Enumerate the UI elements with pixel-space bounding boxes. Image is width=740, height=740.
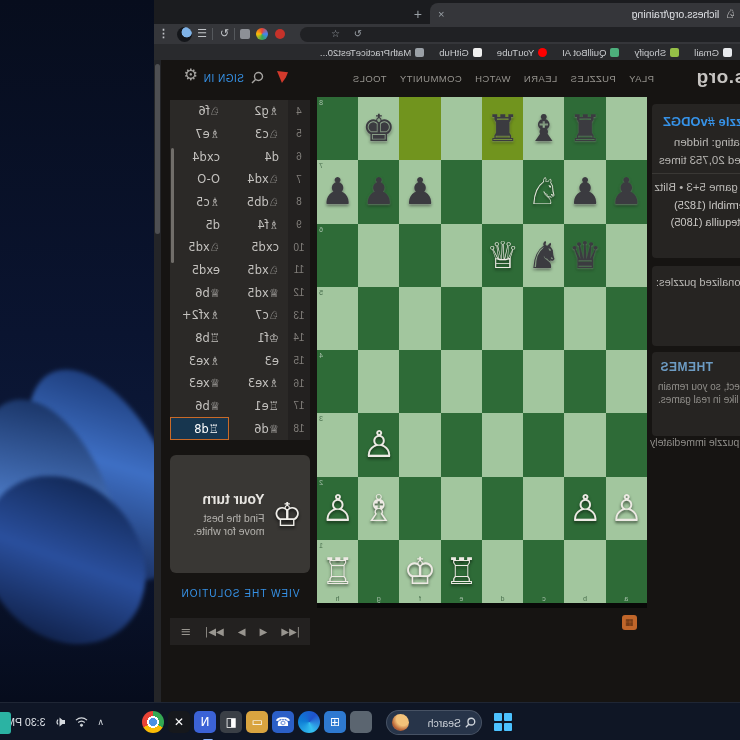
- rank-label: 6: [319, 226, 323, 233]
- menu-button[interactable]: ≡: [180, 624, 191, 639]
- bookmark-item[interactable]: QuillBot AI: [562, 47, 619, 58]
- square-a7[interactable]: ♟: [606, 160, 647, 223]
- bookmark-item[interactable]: Gmail: [694, 47, 732, 58]
- rank-label: 4: [319, 352, 323, 359]
- reading-list-icon[interactable]: ☰: [197, 27, 207, 40]
- tray-chevron-icon[interactable]: ∧: [97, 717, 104, 727]
- square-a3[interactable]: [606, 413, 647, 476]
- move-white[interactable]: ♗g2: [229, 100, 288, 123]
- toolbar-divider: [212, 28, 213, 40]
- file-explorer-icon[interactable]: ▭: [246, 711, 268, 733]
- bookmark-label: Shopify: [635, 47, 667, 58]
- square-f6[interactable]: [400, 224, 441, 287]
- square-b6[interactable]: ♛: [565, 224, 606, 287]
- nav-item-play[interactable]: PLAY: [629, 73, 654, 84]
- chess-board: ♜♝♜♚8♟♟♘♟♟♟7♛♞♕654♙3♙♙♗♙2abcd♖e♔fg♖h1: [317, 97, 647, 603]
- search-daily-photo: [392, 714, 409, 731]
- move-list-scrollbar[interactable]: [171, 148, 174, 263]
- black-piece-n-c6[interactable]: ♞: [527, 237, 560, 274]
- tab-strip: ♘ lichess.org/training × +: [154, 0, 740, 24]
- nav-item-puzzles[interactable]: PUZZLES: [570, 73, 616, 84]
- rank-label: 3: [319, 415, 323, 422]
- bookmark-item[interactable]: MathPracticeTest20...: [320, 47, 424, 58]
- move-list: 4♗g2♘f65♘c3♗e76d4cxd47♘xd4O-O8♘db5♗c59♗f…: [170, 100, 310, 440]
- square-h4[interactable]: 4: [317, 350, 358, 413]
- move-number: 9: [288, 213, 310, 236]
- move-number: 7: [288, 168, 310, 191]
- file-label: h: [336, 595, 340, 602]
- profile-avatar[interactable]: [177, 27, 192, 42]
- square-e5[interactable]: [441, 287, 482, 350]
- move-number: 13: [288, 304, 310, 327]
- black-piece-q-b6[interactable]: ♛: [569, 237, 602, 274]
- square-c1[interactable]: c: [523, 540, 564, 603]
- puzzle-played-count: Played 20,753 times: [652, 154, 740, 166]
- square-h2[interactable]: ♙2: [317, 477, 358, 540]
- move-black[interactable]: ♗c5: [170, 191, 229, 214]
- file-label: b: [583, 595, 587, 602]
- black-piece-p-a7[interactable]: ♟: [610, 173, 643, 210]
- wifi-icon[interactable]: [75, 716, 88, 728]
- themes-box: THEMES A bit of everything. You don't kn…: [652, 352, 740, 436]
- jump-next-setting-label[interactable]: Jump to next puzzle immediately: [650, 436, 740, 448]
- bookmarks-bar: GmailShopifyQuillBot AIYouTubeGitHubMath…: [154, 44, 740, 60]
- square-a6[interactable]: [606, 224, 647, 287]
- move-white[interactable]: ♔f1: [229, 327, 288, 350]
- player-list: termibhl (1825)tequilla (1805): [652, 199, 740, 228]
- extension-red-icon[interactable]: [275, 29, 285, 39]
- nav-item-community[interactable]: COMMUNITY: [400, 73, 462, 84]
- square-b2[interactable]: ♙: [565, 477, 606, 540]
- square-f5[interactable]: [400, 287, 441, 350]
- board-settings-button[interactable]: ▦: [622, 615, 637, 630]
- square-c4[interactable]: [523, 350, 564, 413]
- browser-toolbar: ↻ ☆ ↻ ☰ ⋮: [154, 24, 740, 44]
- mirrored-screenshot-stage: ♘ lichess.org/training × + ↻ ☆ ↻ ☰ ⋮ Gma…: [0, 0, 740, 740]
- square-f7[interactable]: ♟: [400, 160, 441, 223]
- white-piece-p-b2[interactable]: ♙: [569, 490, 602, 527]
- nav-item-learn[interactable]: LEARN: [524, 73, 558, 84]
- view-solution-link[interactable]: VIEW THE SOLUTION: [170, 588, 310, 599]
- square-e3[interactable]: [441, 413, 482, 476]
- square-f1[interactable]: ♔f: [400, 540, 441, 603]
- lichess-logo[interactable]: lichess.org: [696, 66, 740, 88]
- black-piece-p-b7[interactable]: ♟: [569, 173, 602, 210]
- puzzle-id-link[interactable]: Puzzle #vODGZ: [652, 114, 740, 129]
- square-c3[interactable]: [523, 413, 564, 476]
- move-white[interactable]: ♘xd5: [229, 259, 288, 282]
- square-a5[interactable]: [606, 287, 647, 350]
- puzzle-rating: Rating: hidden: [652, 136, 740, 148]
- file-label: g: [377, 595, 381, 602]
- next-move-button[interactable]: ▶: [238, 626, 246, 637]
- replay-controls: |◀◀◀▶▶▶|≡: [170, 618, 310, 645]
- square-e8[interactable]: [441, 97, 482, 160]
- edge-icon[interactable]: [298, 711, 320, 733]
- square-h6[interactable]: 6: [317, 224, 358, 287]
- move-number: 6: [288, 145, 310, 168]
- rank-label: 5: [319, 289, 323, 296]
- bookmark-favicon: [473, 48, 482, 57]
- file-label: a: [624, 595, 628, 602]
- nav-item-tools[interactable]: TOOLS: [353, 73, 387, 84]
- move-number: 11: [288, 259, 310, 282]
- move-black[interactable]: ♖b8: [170, 327, 229, 350]
- windows-taskbar: Search ⊞☎▭◧N✕ ∧ 3:30 PM: [0, 702, 740, 740]
- black-piece-k-g8[interactable]: ♚: [362, 110, 395, 147]
- url-bar[interactable]: ↻ ☆: [300, 27, 740, 42]
- move-black[interactable]: cxd4: [170, 145, 229, 168]
- move-white[interactable]: ♗xe3: [229, 372, 288, 395]
- black-piece-p-f7[interactable]: ♟: [404, 173, 437, 210]
- move-white[interactable]: ♘c3: [229, 123, 288, 146]
- tab-title: lichess.org/training: [632, 8, 720, 20]
- personalized-puzzles-box: personalized puzzles:: [652, 266, 740, 346]
- move-black[interactable]: ♕b6: [170, 395, 229, 418]
- move-number: 5: [288, 123, 310, 146]
- square-d8[interactable]: ♜: [482, 97, 523, 160]
- square-d3[interactable]: [482, 413, 523, 476]
- bookmark-label: GitHub: [439, 47, 469, 58]
- move-white[interactable]: ♘c7: [229, 304, 288, 327]
- white-king-icon: ♔: [272, 495, 302, 534]
- move-white[interactable]: ♗f4: [229, 213, 288, 236]
- move-number: 17: [288, 395, 310, 418]
- start-button[interactable]: [494, 713, 512, 731]
- volume-icon[interactable]: [54, 716, 66, 728]
- square-g5[interactable]: [358, 287, 399, 350]
- bookmark-item[interactable]: GitHub: [439, 47, 482, 58]
- history-sync-icon[interactable]: ↻: [220, 27, 229, 40]
- streamers-live-icon[interactable]: [277, 71, 288, 83]
- square-c8[interactable]: ♝: [523, 97, 564, 160]
- nav-item-watch[interactable]: WATCH: [475, 73, 511, 84]
- square-b4[interactable]: [565, 350, 606, 413]
- browser-window: ♘ lichess.org/training × + ↻ ☆ ↻ ☰ ⋮ Gma…: [154, 0, 740, 702]
- square-c6[interactable]: ♞: [523, 224, 564, 287]
- square-g8[interactable]: ♚: [358, 97, 399, 160]
- top-nav: PLAYPUZZLESLEARNWATCHCOMMUNITYTOOLS: [353, 73, 654, 84]
- bookmark-favicon: [611, 48, 620, 57]
- square-b1[interactable]: b: [565, 540, 606, 603]
- square-d7[interactable]: [482, 160, 523, 223]
- your-turn-panel: ♔ Your turn Find the best move for white…: [170, 455, 310, 573]
- square-h8[interactable]: 8: [317, 97, 358, 160]
- white-piece-r-e1[interactable]: ♖: [445, 553, 478, 590]
- bookmark-favicon: [538, 48, 547, 57]
- move-white[interactable]: ♘db5: [229, 191, 288, 214]
- move-black[interactable]: ♗e7: [170, 123, 229, 146]
- black-piece-r-d8[interactable]: ♜: [486, 110, 519, 147]
- square-d5[interactable]: [482, 287, 523, 350]
- move-black[interactable]: ♘f6: [170, 100, 229, 123]
- bookmark-item[interactable]: Shopify: [635, 47, 680, 58]
- browser-menu-icon[interactable]: ⋮: [158, 27, 169, 40]
- white-piece-p-a2[interactable]: ♙: [610, 490, 643, 527]
- square-g4[interactable]: [358, 350, 399, 413]
- bookmark-label: QuillBot AI: [562, 47, 606, 58]
- search-label: Search: [428, 717, 461, 729]
- board-shadow: [317, 603, 647, 608]
- close-tab-icon[interactable]: ×: [438, 8, 444, 20]
- your-turn-subtitle: Find the best move for white.: [178, 512, 264, 538]
- white-piece-b-g2[interactable]: ♗: [362, 490, 395, 527]
- rank-label: 2: [319, 479, 323, 486]
- prev-move-button[interactable]: ◀: [260, 626, 268, 637]
- move-white[interactable]: ♖e1: [229, 395, 288, 418]
- square-h3[interactable]: 3: [317, 413, 358, 476]
- gear-icon[interactable]: ⚙: [184, 65, 198, 84]
- move-number: 8: [288, 191, 310, 214]
- black-piece-r-b8[interactable]: ♜: [569, 110, 602, 147]
- page-scrollbar-thumb[interactable]: [155, 64, 160, 234]
- square-b3[interactable]: [565, 413, 606, 476]
- move-white[interactable]: ♕d6: [229, 417, 288, 440]
- square-b7[interactable]: ♟: [565, 160, 606, 223]
- extension-shield-icon[interactable]: [240, 29, 250, 39]
- puzzle-info-box: Puzzle #vODGZ Rating: hidden Played 20,7…: [652, 104, 740, 258]
- phone-link-icon[interactable]: ☎: [272, 711, 294, 733]
- move-black[interactable]: ♕b6: [170, 281, 229, 304]
- move-white[interactable]: d4: [229, 145, 288, 168]
- bookmark-label: YouTube: [497, 47, 534, 58]
- x-icon[interactable]: ✕: [168, 711, 190, 733]
- move-black[interactable]: ♖d8: [170, 417, 229, 440]
- first-move-button[interactable]: |◀◀: [281, 626, 300, 637]
- square-f3[interactable]: [400, 413, 441, 476]
- search-icon: [465, 717, 476, 728]
- divider: [652, 173, 740, 174]
- square-f4[interactable]: [400, 350, 441, 413]
- square-f8[interactable]: [400, 97, 441, 160]
- white-piece-n-c7[interactable]: ♘: [527, 173, 560, 210]
- move-number: 4: [288, 100, 310, 123]
- white-piece-p-h2[interactable]: ♙: [321, 490, 354, 527]
- move-black[interactable]: d5: [170, 213, 229, 236]
- square-d2[interactable]: [482, 477, 523, 540]
- square-g2[interactable]: ♗: [358, 477, 399, 540]
- move-black[interactable]: ♕xe3: [170, 372, 229, 395]
- themes-description: A bit of everything. You don't know what…: [658, 380, 740, 406]
- browser-tab[interactable]: ♘ lichess.org/training ×: [430, 3, 740, 24]
- square-a4[interactable]: [606, 350, 647, 413]
- move-black[interactable]: ♘xd5: [170, 236, 229, 259]
- tray-accent-icon[interactable]: [0, 712, 11, 734]
- rank-label: 7: [319, 162, 323, 169]
- square-e4[interactable]: [441, 350, 482, 413]
- square-g6[interactable]: [358, 224, 399, 287]
- square-d4[interactable]: [482, 350, 523, 413]
- move-black[interactable]: ♗xe3: [170, 349, 229, 372]
- square-h7[interactable]: ♟7: [317, 160, 358, 223]
- move-white[interactable]: ♘xd4: [229, 168, 288, 191]
- square-g1[interactable]: g: [358, 540, 399, 603]
- square-c2[interactable]: [523, 477, 564, 540]
- square-b5[interactable]: [565, 287, 606, 350]
- square-f2[interactable]: [400, 477, 441, 540]
- bookmark-item[interactable]: YouTube: [497, 47, 547, 58]
- square-g7[interactable]: ♟: [358, 160, 399, 223]
- lichess-page: lichess.org PLAYPUZZLESLEARNWATCHCOMMUNI…: [161, 60, 740, 702]
- square-a1[interactable]: a: [606, 540, 647, 603]
- move-number: 12: [288, 281, 310, 304]
- move-number: 15: [288, 349, 310, 372]
- square-c5[interactable]: [523, 287, 564, 350]
- personalized-label: personalized puzzles:: [656, 276, 740, 288]
- square-h1[interactable]: ♖h1: [317, 540, 358, 603]
- move-number: 14: [288, 327, 310, 350]
- square-d6[interactable]: ♕: [482, 224, 523, 287]
- clock[interactable]: 3:30 PM: [6, 716, 45, 728]
- app-icon[interactable]: ◧: [220, 711, 242, 733]
- move-white[interactable]: e3: [229, 349, 288, 372]
- from-game-label[interactable]: From game 5+3 • Blitz: [652, 181, 740, 193]
- system-tray: ∧ 3:30 PM: [6, 703, 104, 740]
- file-label: c: [542, 595, 546, 602]
- move-white[interactable]: ♕xd5: [229, 281, 288, 304]
- white-piece-r-h1[interactable]: ♖: [321, 553, 354, 590]
- bookmark-favicon: [415, 48, 424, 57]
- folder-icon[interactable]: [350, 711, 372, 733]
- square-h5[interactable]: 5: [317, 287, 358, 350]
- last-move-button[interactable]: ▶▶|: [205, 626, 224, 637]
- sync-icon[interactable]: ↻: [354, 28, 362, 39]
- toolbar-divider: [234, 28, 235, 40]
- store-icon[interactable]: ⊞: [324, 711, 346, 733]
- square-e1[interactable]: ♖e: [441, 540, 482, 603]
- square-b8[interactable]: ♜: [565, 97, 606, 160]
- square-e7[interactable]: [441, 160, 482, 223]
- player-name[interactable]: tequilla (1805): [652, 216, 740, 228]
- bookmark-label: Gmail: [694, 47, 719, 58]
- sign-in-button[interactable]: SIGN IN: [203, 73, 244, 84]
- move-white[interactable]: cxd5: [229, 236, 288, 259]
- bookmark-label: MathPracticeTest20...: [320, 47, 411, 58]
- rank-label: 8: [319, 99, 323, 106]
- square-g3[interactable]: ♙: [358, 413, 399, 476]
- lichess-favicon-knight-icon: ♘: [725, 7, 736, 21]
- your-turn-title: Your turn: [178, 491, 264, 507]
- square-e6[interactable]: [441, 224, 482, 287]
- bookmark-star-icon[interactable]: ☆: [331, 28, 340, 39]
- extension-colorwheel-icon[interactable]: [256, 28, 268, 40]
- search-icon[interactable]: [251, 71, 264, 84]
- black-piece-p-g7[interactable]: ♟: [362, 173, 395, 210]
- bookmark-favicon: [670, 48, 679, 57]
- move-black[interactable]: exd5: [170, 259, 229, 282]
- chrome-icon[interactable]: [142, 711, 164, 733]
- move-number: 18: [288, 417, 310, 440]
- file-label: e: [459, 595, 463, 602]
- player-name[interactable]: termibhl (1825): [652, 199, 740, 211]
- new-tab-button[interactable]: +: [414, 6, 422, 22]
- taskbar-search[interactable]: Search: [386, 710, 482, 735]
- rank-label: 1: [319, 542, 323, 549]
- themes-title: THEMES: [660, 360, 713, 374]
- white-piece-q-d6[interactable]: ♕: [486, 237, 519, 274]
- square-d1[interactable]: d: [482, 540, 523, 603]
- move-black[interactable]: O-O: [170, 168, 229, 191]
- move-black[interactable]: ♗xf2+: [170, 304, 229, 327]
- square-a8[interactable]: [606, 97, 647, 160]
- notion-icon[interactable]: N: [194, 711, 216, 733]
- move-number: 16: [288, 372, 310, 395]
- desktop-wallpaper: [0, 0, 154, 740]
- square-c7[interactable]: ♘: [523, 160, 564, 223]
- move-number: 10: [288, 236, 310, 259]
- file-label: d: [501, 595, 505, 602]
- black-piece-p-h7[interactable]: ♟: [321, 173, 354, 210]
- white-piece-k-f1[interactable]: ♔: [404, 553, 437, 590]
- bookmark-favicon: [723, 48, 732, 57]
- file-label: f: [419, 595, 421, 602]
- black-piece-b-c8[interactable]: ♝: [527, 110, 560, 147]
- white-piece-p-g3[interactable]: ♙: [362, 426, 395, 463]
- square-a2[interactable]: ♙: [606, 477, 647, 540]
- square-e2[interactable]: [441, 477, 482, 540]
